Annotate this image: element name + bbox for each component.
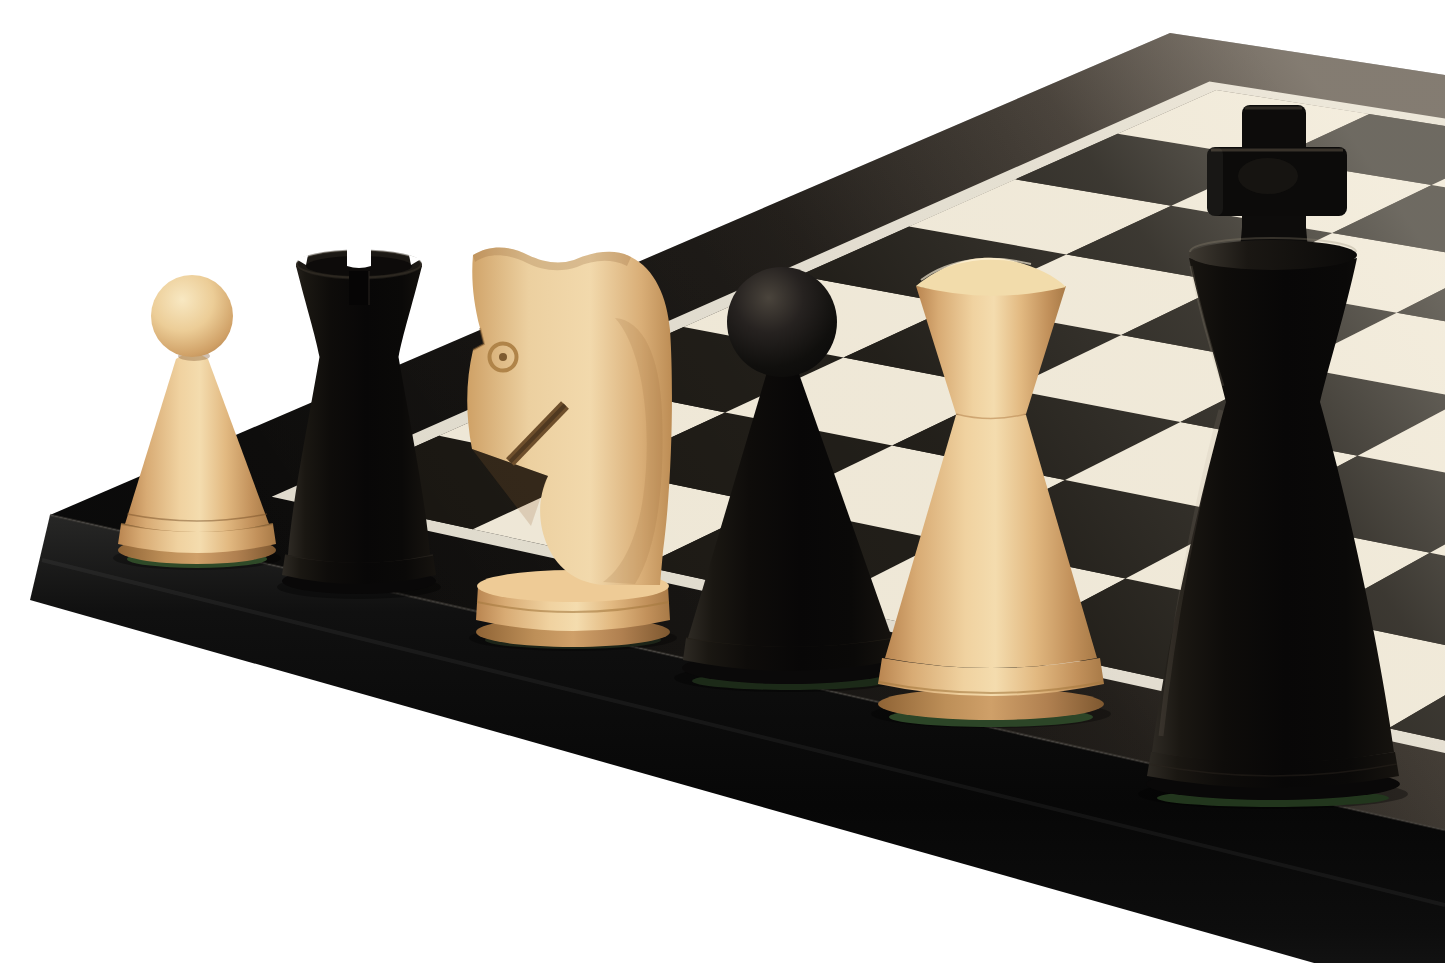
rook-front-slot [349, 271, 369, 305]
piece-white-knight [467, 247, 677, 651]
chess-scene-svg [0, 0, 1445, 963]
pawn-ball-finial [151, 275, 233, 357]
piece-white-pawn [113, 275, 281, 570]
pawn-ball-finial [727, 267, 837, 377]
rook-crenel-notch [347, 247, 371, 268]
scene-photo [0, 0, 1445, 963]
king-collar [1189, 240, 1357, 270]
